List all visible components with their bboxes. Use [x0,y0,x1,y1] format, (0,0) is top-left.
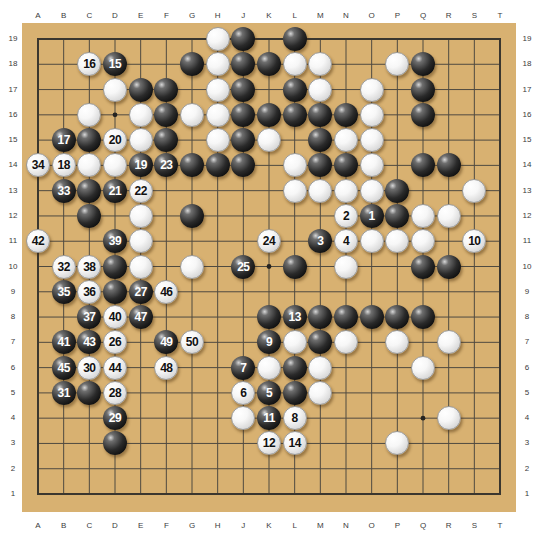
move-number: 26 [109,335,121,349]
move-number: 12 [263,436,275,450]
black-stone-J16 [231,103,255,127]
black-stone-O8 [360,305,384,329]
black-stone-Q8 [411,305,435,329]
white-stone-M6 [308,356,332,380]
white-stone-F6: 48 [154,356,178,380]
row-label-right: 6 [518,363,536,373]
row-label-right: 17 [518,85,536,95]
col-label-top: R [441,11,457,21]
move-number: 30 [83,361,95,375]
white-stone-L13 [283,179,307,203]
white-stone-R7 [437,330,461,354]
col-label-top: J [235,11,251,21]
black-stone-K8 [257,305,281,329]
move-number: 29 [109,411,121,425]
col-label-bottom: G [184,521,200,531]
black-stone-N16 [334,103,358,127]
white-stone-C9: 36 [77,280,101,304]
black-stone-J17 [231,78,255,102]
move-number: 9 [266,335,272,349]
row-label-right: 8 [518,312,536,322]
white-stone-C6: 30 [77,356,101,380]
col-label-bottom: R [441,521,457,531]
white-stone-O16 [360,103,384,127]
col-label-bottom: D [107,521,123,531]
white-stone-D6: 44 [103,356,127,380]
col-label-top: D [107,11,123,21]
black-stone-Q10 [411,255,435,279]
row-label-right: 4 [518,413,536,423]
white-stone-K15 [257,128,281,152]
white-stone-Q12 [411,204,435,228]
black-stone-B15: 17 [52,128,76,152]
move-number: 38 [83,260,95,274]
black-stone-H14 [206,153,230,177]
move-number: 28 [109,386,121,400]
move-number: 17 [57,133,69,147]
col-label-bottom: F [158,521,174,531]
move-number: 50 [186,335,198,349]
row-label-left: 2 [4,464,22,474]
row-label-left: 19 [4,34,22,44]
col-label-bottom: Q [415,521,431,531]
move-number: 25 [237,260,249,274]
move-number: 43 [83,335,95,349]
black-stone-K5: 5 [257,381,281,405]
black-stone-C13 [77,179,101,203]
row-label-left: 6 [4,363,22,373]
row-label-right: 9 [518,287,536,297]
white-stone-R4 [437,406,461,430]
white-stone-H18 [206,52,230,76]
white-stone-K6 [257,356,281,380]
white-stone-L7 [283,330,307,354]
black-stone-B9: 35 [52,280,76,304]
move-number: 27 [134,285,146,299]
black-stone-L19 [283,27,307,51]
move-number: 10 [468,234,480,248]
col-label-top: T [492,11,508,21]
col-label-bottom: T [492,521,508,531]
row-label-right: 18 [518,59,536,69]
black-stone-E8: 47 [129,305,153,329]
move-number: 36 [83,285,95,299]
white-stone-G16 [180,103,204,127]
black-stone-L8: 13 [283,305,307,329]
white-stone-B10: 32 [52,255,76,279]
white-stone-E12 [129,204,153,228]
white-stone-H17 [206,78,230,102]
white-stone-E16 [129,103,153,127]
black-stone-B5: 31 [52,381,76,405]
white-stone-O11 [360,229,384,253]
move-number: 18 [57,158,69,172]
row-label-right: 5 [518,388,536,398]
col-label-bottom: S [466,521,482,531]
row-label-right: 16 [518,110,536,120]
white-stone-N12: 2 [334,204,358,228]
row-label-left: 14 [4,160,22,170]
row-label-left: 8 [4,312,22,322]
black-stone-B13: 33 [52,179,76,203]
white-stone-H16 [206,103,230,127]
black-stone-G12 [180,204,204,228]
white-stone-N10 [334,255,358,279]
move-number: 16 [83,57,95,71]
black-stone-Q16 [411,103,435,127]
move-number: 11 [263,411,275,425]
white-stone-F9: 46 [154,280,178,304]
move-number: 41 [57,335,69,349]
white-stone-O13 [360,179,384,203]
row-label-left: 1 [4,489,22,499]
white-stone-H19 [206,27,230,51]
move-number: 19 [134,158,146,172]
col-label-top: B [56,11,72,21]
move-number: 37 [83,310,95,324]
white-stone-C16 [77,103,101,127]
col-label-bottom: A [30,521,46,531]
col-label-bottom: H [210,521,226,531]
white-stone-E10 [129,255,153,279]
col-label-bottom: C [81,521,97,531]
black-stone-E17 [129,78,153,102]
white-stone-H15 [206,128,230,152]
white-stone-E15 [129,128,153,152]
black-stone-B7: 41 [52,330,76,354]
move-number: 15 [109,57,121,71]
row-label-left: 13 [4,186,22,196]
move-number: 47 [134,310,146,324]
col-label-top: O [364,11,380,21]
black-stone-L16 [283,103,307,127]
white-stone-E13: 22 [129,179,153,203]
white-stone-D15: 20 [103,128,127,152]
white-stone-N15 [334,128,358,152]
col-label-top: L [287,11,303,21]
col-label-bottom: M [312,521,328,531]
col-label-top: G [184,11,200,21]
move-number: 4 [343,234,349,248]
white-stone-L14 [283,153,307,177]
row-label-left: 3 [4,438,22,448]
row-label-left: 4 [4,413,22,423]
col-label-bottom: N [338,521,354,531]
col-label-bottom: P [389,521,405,531]
white-stone-N13 [334,179,358,203]
move-number: 32 [57,260,69,274]
white-stone-C10: 38 [77,255,101,279]
row-label-left: 12 [4,211,22,221]
black-stone-E14: 19 [129,153,153,177]
row-label-left: 18 [4,59,22,69]
white-stone-L4: 8 [283,406,307,430]
white-stone-D8: 40 [103,305,127,329]
col-label-bottom: L [287,521,303,531]
move-number: 46 [160,285,172,299]
col-label-bottom: B [56,521,72,531]
move-number: 48 [160,361,172,375]
col-label-top: P [389,11,405,21]
move-number: 21 [109,184,121,198]
col-label-bottom: K [261,521,277,531]
row-label-right: 15 [518,135,536,145]
move-number: 22 [134,184,146,198]
move-number: 8 [292,411,298,425]
row-label-right: 19 [518,34,536,44]
row-label-right: 1 [518,489,536,499]
row-label-left: 11 [4,236,22,246]
col-label-top: A [30,11,46,21]
white-stone-G10 [180,255,204,279]
black-stone-L10 [283,255,307,279]
black-stone-K4: 11 [257,406,281,430]
white-stone-E11 [129,229,153,253]
white-stone-D5: 28 [103,381,127,405]
move-number: 44 [109,361,121,375]
white-stone-D17 [103,78,127,102]
move-number: 7 [240,361,246,375]
move-number: 13 [288,310,300,324]
black-stone-D9 [103,280,127,304]
white-stone-M13 [308,179,332,203]
row-label-left: 7 [4,337,22,347]
black-stone-L17 [283,78,307,102]
row-label-right: 13 [518,186,536,196]
move-number: 5 [266,386,272,400]
row-label-left: 16 [4,110,22,120]
move-number: 23 [160,158,172,172]
col-label-top: S [466,11,482,21]
black-stone-D10 [103,255,127,279]
move-number: 40 [109,310,121,324]
move-number: 35 [57,285,69,299]
black-stone-L6 [283,356,307,380]
black-stone-L5 [283,381,307,405]
row-label-right: 14 [518,160,536,170]
white-stone-L18 [283,52,307,76]
col-label-bottom: O [364,521,380,531]
black-stone-R14 [437,153,461,177]
col-label-bottom: J [235,521,251,531]
col-label-top: C [81,11,97,21]
move-number: 24 [263,234,275,248]
white-stone-S13 [462,179,486,203]
row-label-left: 10 [4,262,22,272]
row-label-left: 17 [4,85,22,95]
col-label-top: E [133,11,149,21]
row-label-right: 11 [518,236,536,246]
black-stone-D13: 21 [103,179,127,203]
move-number: 14 [288,436,300,450]
move-number: 2 [343,209,349,223]
black-stone-B6: 45 [52,356,76,380]
row-label-left: 15 [4,135,22,145]
white-stone-R12 [437,204,461,228]
black-stone-F16 [154,103,178,127]
col-label-top: F [158,11,174,21]
move-number: 6 [240,386,246,400]
black-stone-M16 [308,103,332,127]
white-stone-O15 [360,128,384,152]
white-stone-O14 [360,153,384,177]
move-number: 20 [109,133,121,147]
row-label-right: 2 [518,464,536,474]
move-number: 1 [369,209,375,223]
row-label-right: 3 [518,438,536,448]
black-stone-R10 [437,255,461,279]
move-number: 34 [32,158,44,172]
row-label-left: 5 [4,388,22,398]
black-stone-J10: 25 [231,255,255,279]
white-stone-L3: 14 [283,431,307,455]
black-stone-O12: 1 [360,204,384,228]
black-stone-D4: 29 [103,406,127,430]
black-stone-K16 [257,103,281,127]
col-label-top: H [210,11,226,21]
row-label-right: 10 [518,262,536,272]
white-stone-Q6 [411,356,435,380]
move-number: 42 [32,234,44,248]
move-number: 3 [317,234,323,248]
move-number: 45 [57,361,69,375]
black-stone-F17 [154,78,178,102]
white-stone-B14: 18 [52,153,76,177]
col-label-top: Q [415,11,431,21]
black-stone-P13 [385,179,409,203]
black-stone-N8 [334,305,358,329]
white-stone-M17 [308,78,332,102]
white-stone-O17 [360,78,384,102]
black-stone-E9: 27 [129,280,153,304]
move-number: 31 [57,386,69,400]
col-label-top: M [312,11,328,21]
black-stone-Q17 [411,78,435,102]
col-label-top: N [338,11,354,21]
black-stone-J6: 7 [231,356,255,380]
move-number: 39 [109,234,121,248]
move-number: 49 [160,335,172,349]
move-number: 33 [57,184,69,198]
row-label-right: 12 [518,211,536,221]
row-label-left: 9 [4,287,22,297]
col-label-bottom: E [133,521,149,531]
row-label-right: 7 [518,337,536,347]
col-label-top: K [261,11,277,21]
